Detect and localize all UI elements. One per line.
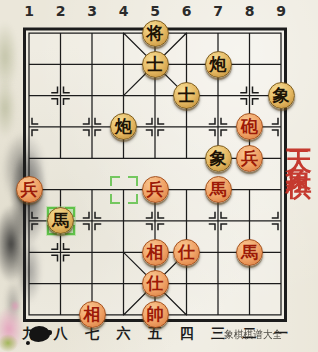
piece-glyph: 炮 bbox=[210, 56, 227, 73]
piece-glyph: 帥 bbox=[147, 306, 164, 323]
bottom-watermark: 象棋棋谱大全 bbox=[224, 328, 282, 342]
piece-red-兵[interactable]: 兵 bbox=[236, 145, 263, 172]
piece-red-仕[interactable]: 仕 bbox=[173, 239, 200, 266]
piece-glyph: 仕 bbox=[147, 275, 164, 292]
last-move-marker bbox=[110, 176, 138, 204]
piece-glyph: 馬 bbox=[52, 212, 69, 229]
piece-glyph: 士 bbox=[147, 56, 164, 73]
piece-glyph: 仕 bbox=[178, 244, 195, 261]
piece-black-象[interactable]: 象 bbox=[205, 145, 232, 172]
piece-red-馬[interactable]: 馬 bbox=[205, 176, 232, 203]
piece-black-象[interactable]: 象 bbox=[268, 82, 295, 109]
piece-glyph: 象 bbox=[273, 87, 290, 104]
piece-glyph: 兵 bbox=[21, 181, 38, 198]
piece-glyph: 炮 bbox=[115, 118, 132, 135]
piece-glyph: 馬 bbox=[241, 244, 258, 261]
piece-black-士[interactable]: 士 bbox=[142, 51, 169, 78]
piece-glyph: 相 bbox=[147, 244, 164, 261]
piece-glyph: 士 bbox=[178, 87, 195, 104]
piece-glyph: 兵 bbox=[241, 150, 258, 167]
piece-glyph: 砲 bbox=[241, 118, 258, 135]
right-watermark: 天一象棋 bbox=[282, 129, 317, 279]
piece-glyph: 相 bbox=[84, 306, 101, 323]
piece-glyph: 象 bbox=[210, 150, 227, 167]
piece-glyph: 将 bbox=[147, 25, 164, 42]
piece-red-仕[interactable]: 仕 bbox=[142, 270, 169, 297]
xiangqi-app: 123456789 九八七六五四三二一 将士炮士象炮砲象兵兵兵馬馬相仕馬仕相帥 … bbox=[0, 0, 318, 352]
piece-red-帥[interactable]: 帥 bbox=[142, 301, 169, 328]
piece-red-兵[interactable]: 兵 bbox=[16, 176, 43, 203]
piece-glyph: 馬 bbox=[210, 181, 227, 198]
piece-red-相[interactable]: 相 bbox=[142, 239, 169, 266]
piece-red-兵[interactable]: 兵 bbox=[142, 176, 169, 203]
piece-black-将[interactable]: 将 bbox=[142, 20, 169, 47]
piece-glyph: 兵 bbox=[147, 181, 164, 198]
piece-black-士[interactable]: 士 bbox=[173, 82, 200, 109]
piece-red-相[interactable]: 相 bbox=[79, 301, 106, 328]
piece-red-馬[interactable]: 馬 bbox=[236, 239, 263, 266]
piece-black-炮[interactable]: 炮 bbox=[205, 51, 232, 78]
